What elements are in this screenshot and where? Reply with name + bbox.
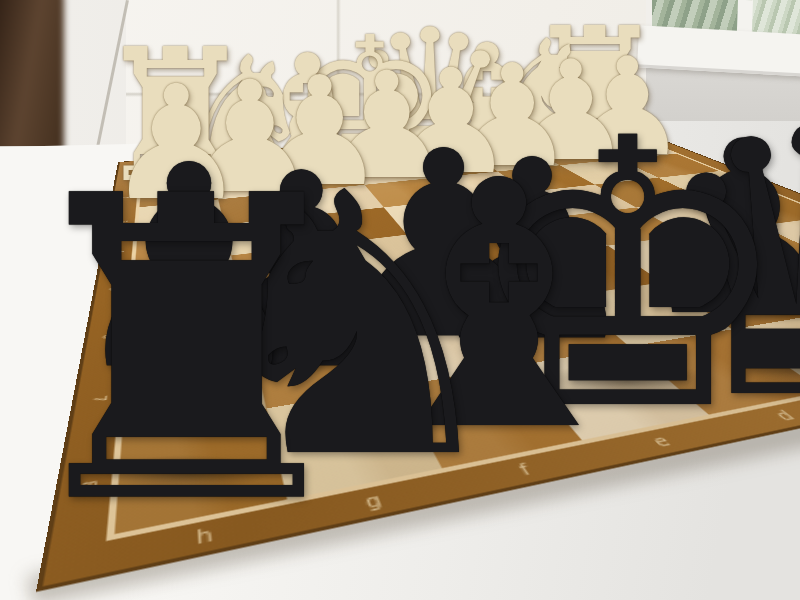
chess-photo-scene: hgfedcba12345678 ♜♞♝♛♚♝♞♜♟♟♟♟♟♟♟♟♟♟♟♟♟♛♚… xyxy=(0,0,800,600)
black-rook-h8[interactable]: ♜ xyxy=(0,143,374,561)
